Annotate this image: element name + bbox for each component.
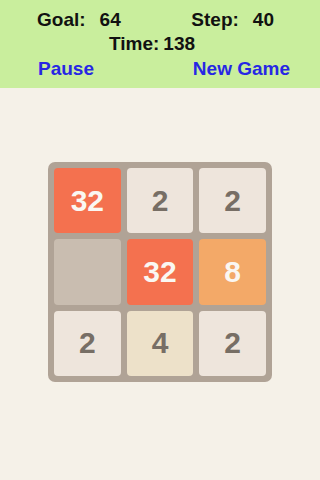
goal-label: Goal: — [37, 9, 86, 31]
tile-8: 8 — [199, 239, 266, 304]
empty-cell — [54, 239, 121, 304]
pause-button[interactable]: Pause — [38, 58, 94, 80]
tile-2: 2 — [199, 168, 266, 233]
step-stat: Step: 40 — [191, 9, 274, 31]
goal-stat: Goal: 64 — [37, 9, 121, 31]
time-label: Time: — [109, 33, 159, 55]
time-stat: Time: 138 — [109, 33, 195, 55]
goal-value: 64 — [100, 9, 121, 31]
step-label: Step: — [191, 9, 239, 31]
game-screen: Goal: 64 Step: 40 Time: 138 Pause New Ga… — [0, 0, 320, 480]
tile-32: 32 — [54, 168, 121, 233]
new-game-button[interactable]: New Game — [193, 58, 290, 80]
tile-32: 32 — [127, 239, 194, 304]
tile-4: 4 — [127, 311, 194, 376]
buttons-row: Pause New Game — [38, 58, 290, 80]
stats-row: Goal: 64 Step: 40 — [37, 9, 274, 31]
game-header: Goal: 64 Step: 40 Time: 138 Pause New Ga… — [0, 0, 320, 88]
time-row: Time: 138 — [0, 33, 304, 55]
board[interactable]: 3222328242 — [48, 162, 272, 382]
tile-2: 2 — [54, 311, 121, 376]
time-value: 138 — [163, 33, 195, 55]
step-value: 40 — [253, 9, 274, 31]
tile-2: 2 — [199, 311, 266, 376]
tile-2: 2 — [127, 168, 194, 233]
